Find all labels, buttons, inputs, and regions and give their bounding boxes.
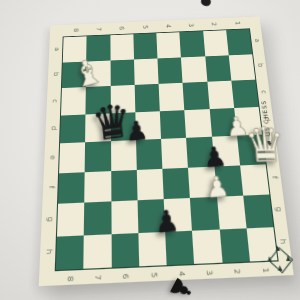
rank-label-bottom-5: 5 — [148, 272, 156, 278]
square-b3[interactable] — [181, 56, 207, 83]
square-g7[interactable] — [84, 201, 111, 234]
square-e4[interactable] — [161, 138, 188, 169]
square-f5[interactable] — [137, 168, 164, 200]
file-label-right-g: g — [274, 206, 282, 211]
square-f4[interactable] — [163, 167, 191, 199]
corner-logo-piece-icon: ♟ — [285, 254, 292, 261]
square-g1[interactable] — [243, 194, 273, 227]
square-c2[interactable] — [207, 81, 234, 109]
black-pawn-g5[interactable]: ♟ — [153, 205, 179, 237]
rank-label-bottom-7: 7 — [92, 275, 100, 281]
square-a4[interactable] — [157, 32, 182, 58]
square-h3[interactable] — [192, 229, 222, 264]
square-f7[interactable] — [85, 171, 111, 203]
corner-logo-piece-icon: ♟ — [277, 265, 284, 272]
square-a5[interactable] — [133, 33, 157, 59]
black-pawn-e3[interactable]: ♟ — [202, 142, 228, 171]
rank-label-top-7: 7 — [94, 27, 100, 31]
square-c1[interactable] — [231, 80, 259, 108]
square-g6[interactable] — [111, 200, 138, 233]
rank-label-top-2: 2 — [210, 22, 217, 26]
white-pawn-f3[interactable]: ♟ — [204, 172, 231, 202]
table-surface: 8877665544332211aabbccddeeffgghh ♟♟♟♟ ♝♛… — [0, 0, 300, 300]
rank-label-bottom-3: 3 — [204, 270, 212, 276]
rank-label-top-8: 8 — [71, 28, 77, 32]
square-a6[interactable] — [110, 34, 134, 60]
file-label-left-e: e — [48, 155, 55, 160]
square-b2[interactable] — [205, 55, 231, 82]
square-d3[interactable] — [185, 109, 212, 138]
rank-label-top-6: 6 — [117, 26, 123, 30]
square-f8[interactable] — [58, 172, 85, 204]
square-h7[interactable] — [84, 234, 112, 269]
chess-board: ♟♟♟♟ ♝♛♟♟♟♟♟♛ — [55, 28, 279, 271]
file-label-right-b: b — [256, 63, 263, 67]
corner-diamond-logo: ♟♟♟♟ — [265, 245, 294, 273]
brand-logo-icon: ♞ — [265, 139, 274, 147]
square-b4[interactable] — [158, 57, 183, 84]
square-b6[interactable] — [110, 59, 134, 86]
square-d4[interactable] — [160, 110, 187, 139]
file-label-left-a: a — [52, 47, 59, 51]
square-b1[interactable] — [229, 54, 256, 81]
file-label-left-h: h — [44, 249, 52, 254]
rank-label-top-4: 4 — [164, 24, 171, 28]
file-label-left-f: f — [47, 186, 54, 189]
file-label-left-d: d — [49, 126, 56, 131]
rank-label-top-5: 5 — [141, 25, 148, 29]
chess-mat: 8877665544332211aabbccddeeffgghh ♟♟♟♟ ♝♛… — [39, 17, 294, 287]
square-c4[interactable] — [159, 83, 185, 111]
rank-label-bottom-6: 6 — [120, 274, 128, 280]
square-e8[interactable] — [59, 142, 85, 173]
rank-label-bottom-8: 8 — [64, 276, 72, 282]
file-label-left-b: b — [51, 72, 58, 76]
file-label-left-g: g — [45, 216, 53, 221]
rank-label-bottom-2: 2 — [232, 269, 240, 275]
file-label-right-a: a — [253, 38, 260, 42]
file-label-right-f: f — [270, 176, 278, 179]
rank-label-top-3: 3 — [187, 23, 194, 27]
square-d8[interactable] — [60, 114, 86, 143]
brand-label: US CHESS — [260, 100, 271, 136]
square-a2[interactable] — [203, 30, 229, 56]
offboard-piece-tip — [200, 0, 212, 7]
square-a3[interactable] — [180, 31, 205, 57]
rank-label-top-1: 1 — [233, 21, 240, 25]
square-a1[interactable] — [226, 29, 252, 55]
square-c3[interactable] — [183, 82, 209, 110]
corner-logo-piece-icon: ♟ — [266, 255, 273, 262]
square-h6[interactable] — [111, 233, 139, 268]
square-f6[interactable] — [111, 169, 138, 201]
file-label-left-c: c — [50, 99, 57, 103]
square-h2[interactable] — [220, 228, 251, 263]
square-g8[interactable] — [57, 203, 85, 236]
coordinate-labels: 8877665544332211aabbccddeeffgghh — [50, 17, 259, 26]
black-pawn-d6[interactable]: ♟ — [125, 117, 149, 145]
corner-logo-piece-icon: ♟ — [274, 245, 281, 252]
square-h8[interactable] — [56, 235, 84, 270]
square-c5[interactable] — [135, 84, 160, 112]
square-b5[interactable] — [134, 58, 159, 85]
